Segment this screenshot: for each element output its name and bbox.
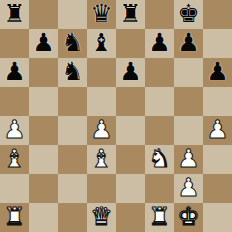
square-a3[interactable]: ♝ [0,145,29,174]
square-a1[interactable]: ♜ [0,203,29,232]
black-knight-piece[interactable]: ♞ [61,58,83,86]
black-bishop-piece[interactable]: ♝ [90,29,112,57]
square-e1[interactable] [116,203,145,232]
square-c6[interactable]: ♞ [58,58,87,87]
square-d1[interactable]: ♛ [87,203,116,232]
square-e5[interactable] [116,87,145,116]
square-c1[interactable] [58,203,87,232]
square-b8[interactable] [29,0,58,29]
black-pawn-piece[interactable]: ♟ [3,58,25,86]
black-rook-piece[interactable]: ♜ [3,0,25,28]
square-d5[interactable] [87,87,116,116]
square-a7[interactable] [0,29,29,58]
square-d6[interactable] [87,58,116,87]
white-knight-piece[interactable]: ♞ [148,145,170,173]
square-g3[interactable]: ♟ [174,145,203,174]
square-b3[interactable] [29,145,58,174]
square-d4[interactable]: ♟ [87,116,116,145]
square-f8[interactable] [145,0,174,29]
black-pawn-piece[interactable]: ♟ [206,58,228,86]
square-a6[interactable]: ♟ [0,58,29,87]
square-e8[interactable]: ♜ [116,0,145,29]
square-f2[interactable] [145,174,174,203]
square-h5[interactable] [203,87,232,116]
square-e6[interactable]: ♟ [116,58,145,87]
square-c4[interactable] [58,116,87,145]
chess-board: ♜♛♜♚♟♞♝♟♟♟♞♟♟♟♟♟♝♝♞♟♟♜♛♜♚ [0,0,232,232]
square-a8[interactable]: ♜ [0,0,29,29]
square-b4[interactable] [29,116,58,145]
white-pawn-piece[interactable]: ♟ [177,145,199,173]
square-h1[interactable] [203,203,232,232]
white-pawn-piece[interactable]: ♟ [206,116,228,144]
square-b1[interactable] [29,203,58,232]
square-c5[interactable] [58,87,87,116]
square-h3[interactable] [203,145,232,174]
square-h7[interactable] [203,29,232,58]
square-b2[interactable] [29,174,58,203]
square-f1[interactable]: ♜ [145,203,174,232]
square-e2[interactable] [116,174,145,203]
square-d8[interactable]: ♛ [87,0,116,29]
white-bishop-piece[interactable]: ♝ [90,145,112,173]
white-queen-piece[interactable]: ♛ [90,203,112,231]
white-king-piece[interactable]: ♚ [177,203,199,231]
square-f7[interactable]: ♟ [145,29,174,58]
black-pawn-piece[interactable]: ♟ [119,58,141,86]
square-h4[interactable]: ♟ [203,116,232,145]
square-b5[interactable] [29,87,58,116]
square-a4[interactable]: ♟ [0,116,29,145]
black-pawn-piece[interactable]: ♟ [32,29,54,57]
square-c2[interactable] [58,174,87,203]
square-b6[interactable] [29,58,58,87]
black-knight-piece[interactable]: ♞ [61,29,83,57]
black-queen-piece[interactable]: ♛ [90,0,112,28]
square-f4[interactable] [145,116,174,145]
black-pawn-piece[interactable]: ♟ [177,29,199,57]
square-b7[interactable]: ♟ [29,29,58,58]
white-bishop-piece[interactable]: ♝ [3,145,25,173]
square-a2[interactable] [0,174,29,203]
square-e3[interactable] [116,145,145,174]
square-c3[interactable] [58,145,87,174]
white-rook-piece[interactable]: ♜ [148,203,170,231]
square-g8[interactable]: ♚ [174,0,203,29]
square-d3[interactable]: ♝ [87,145,116,174]
square-c7[interactable]: ♞ [58,29,87,58]
square-d7[interactable]: ♝ [87,29,116,58]
square-f3[interactable]: ♞ [145,145,174,174]
square-h6[interactable]: ♟ [203,58,232,87]
square-g4[interactable] [174,116,203,145]
square-e4[interactable] [116,116,145,145]
square-a5[interactable] [0,87,29,116]
white-rook-piece[interactable]: ♜ [3,203,25,231]
square-f6[interactable] [145,58,174,87]
black-rook-piece[interactable]: ♜ [119,0,141,28]
white-pawn-piece[interactable]: ♟ [3,116,25,144]
square-g6[interactable] [174,58,203,87]
square-h2[interactable] [203,174,232,203]
black-king-piece[interactable]: ♚ [177,0,199,28]
white-pawn-piece[interactable]: ♟ [90,116,112,144]
square-h8[interactable] [203,0,232,29]
square-g5[interactable] [174,87,203,116]
black-pawn-piece[interactable]: ♟ [148,29,170,57]
square-g7[interactable]: ♟ [174,29,203,58]
white-pawn-piece[interactable]: ♟ [177,174,199,202]
square-g2[interactable]: ♟ [174,174,203,203]
square-c8[interactable] [58,0,87,29]
square-f5[interactable] [145,87,174,116]
square-e7[interactable] [116,29,145,58]
square-g1[interactable]: ♚ [174,203,203,232]
square-d2[interactable] [87,174,116,203]
